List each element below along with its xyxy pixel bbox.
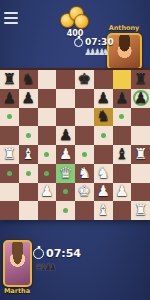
square-g7[interactable]: ♟	[113, 89, 132, 108]
square-h8[interactable]: ♜	[131, 70, 150, 89]
legal-move-dot[interactable]	[63, 208, 68, 213]
player-clock-time: 07:54	[46, 247, 81, 260]
square-f4[interactable]	[94, 145, 113, 164]
square-b8[interactable]: ♞	[19, 70, 38, 89]
square-d5[interactable]: ♟	[56, 126, 75, 145]
clock-icon	[74, 38, 83, 47]
square-h6[interactable]	[131, 108, 150, 127]
square-g6[interactable]	[113, 108, 132, 127]
black-pawn[interactable]: ♟	[59, 128, 72, 143]
black-bishop[interactable]: ♝	[115, 147, 128, 162]
white-knight[interactable]: ♞	[96, 166, 109, 181]
square-c6[interactable]	[38, 108, 57, 127]
square-b4[interactable]: ♝	[19, 145, 38, 164]
square-c8[interactable]	[38, 70, 57, 89]
black-pawn[interactable]: ♟	[3, 91, 16, 106]
square-h7[interactable]: ♟	[131, 89, 150, 108]
menu-icon[interactable]	[4, 12, 18, 24]
legal-move-dot[interactable]	[44, 171, 49, 176]
square-a2[interactable]	[0, 183, 19, 202]
square-d8[interactable]	[56, 70, 75, 89]
square-g2[interactable]: ♟	[113, 183, 132, 202]
captured-white-knight: ♞	[102, 47, 107, 57]
legal-move-dot[interactable]	[101, 133, 106, 138]
square-b2[interactable]	[19, 183, 38, 202]
white-rook[interactable]: ♜	[134, 203, 147, 218]
black-pawn[interactable]: ♟	[96, 91, 109, 106]
square-c7[interactable]	[38, 89, 57, 108]
square-e8[interactable]: ♚	[75, 70, 94, 89]
square-e7[interactable]	[75, 89, 94, 108]
square-d6[interactable]	[56, 108, 75, 127]
square-c1[interactable]	[38, 201, 57, 220]
white-bishop[interactable]: ♝	[21, 147, 34, 162]
black-rook[interactable]: ♜	[3, 72, 16, 87]
black-king[interactable]: ♚	[78, 72, 91, 87]
square-f6[interactable]: ♞	[94, 108, 113, 127]
black-pawn[interactable]: ♟	[21, 91, 34, 106]
square-c3[interactable]	[38, 164, 57, 183]
square-d4[interactable]: ♟	[56, 145, 75, 164]
square-f2[interactable]: ♟	[94, 183, 113, 202]
square-d3[interactable]: ♛	[56, 164, 75, 183]
black-rook[interactable]: ♜	[134, 72, 147, 87]
square-f8[interactable]	[94, 70, 113, 89]
white-rook[interactable]: ♜	[134, 147, 147, 162]
square-a3[interactable]	[0, 164, 19, 183]
legal-move-dot[interactable]	[26, 133, 31, 138]
chess-board[interactable]: ♜♞♚♜♟♟♟♟♟♞♟♜♝♟♝♜♛♞♞♟♚♟♟♝♜	[0, 70, 150, 220]
square-a6[interactable]	[0, 108, 19, 127]
chess-app-screen: 400 Anthony 07:30 ♟♟♟♟♞ ♜♞♚♜♟♟♟♟♟♞♟♜♝♟♝♜…	[0, 0, 150, 300]
square-d1[interactable]	[56, 201, 75, 220]
player-name: Martha	[0, 287, 34, 295]
square-b7[interactable]: ♟	[19, 89, 38, 108]
white-pawn[interactable]: ♟	[40, 184, 53, 199]
square-g5[interactable]	[113, 126, 132, 145]
square-a1[interactable]	[0, 201, 19, 220]
square-e6[interactable]	[75, 108, 94, 127]
square-g4[interactable]: ♝	[113, 145, 132, 164]
square-f1[interactable]: ♝	[94, 201, 113, 220]
white-queen[interactable]: ♛	[59, 166, 72, 181]
square-g3[interactable]	[113, 164, 132, 183]
legal-move-dot[interactable]	[7, 171, 12, 176]
square-h4[interactable]: ♜	[131, 145, 150, 164]
white-king[interactable]: ♚	[78, 184, 91, 199]
legal-move-dot[interactable]	[119, 114, 124, 119]
captured-black-pawn: ♟	[49, 262, 54, 272]
player-clock: 07:54	[33, 247, 81, 260]
square-h5[interactable]	[131, 126, 150, 145]
opponent-clock-time: 07:30	[85, 37, 114, 47]
square-e3[interactable]: ♞	[75, 164, 94, 183]
square-f7[interactable]: ♟	[94, 89, 113, 108]
square-d2[interactable]	[56, 183, 75, 202]
black-pawn[interactable]: ♟	[134, 91, 147, 106]
square-c2[interactable]: ♟	[38, 183, 57, 202]
square-e2[interactable]: ♚	[75, 183, 94, 202]
square-b1[interactable]	[19, 201, 38, 220]
coins-icon[interactable]	[58, 5, 92, 28]
square-a4[interactable]: ♜	[0, 145, 19, 164]
square-b5[interactable]	[19, 126, 38, 145]
white-pawn[interactable]: ♟	[96, 184, 109, 199]
white-pawn[interactable]: ♟	[115, 184, 128, 199]
square-g8[interactable]	[113, 70, 132, 89]
clock-icon	[33, 248, 44, 259]
square-h1[interactable]: ♜	[131, 201, 150, 220]
square-f3[interactable]: ♞	[94, 164, 113, 183]
square-c5[interactable]	[38, 126, 57, 145]
white-rook[interactable]: ♜	[3, 147, 16, 162]
square-a7[interactable]: ♟	[0, 89, 19, 108]
square-h3[interactable]	[131, 164, 150, 183]
square-a5[interactable]	[0, 126, 19, 145]
legal-move-dot[interactable]	[26, 171, 31, 176]
square-h2[interactable]	[131, 183, 150, 202]
square-d7[interactable]	[56, 89, 75, 108]
square-c4[interactable]	[38, 145, 57, 164]
legal-move-dot[interactable]	[82, 152, 87, 157]
legal-move-dot[interactable]	[44, 152, 49, 157]
opponent-name: Anthony	[104, 24, 144, 32]
square-g1[interactable]	[113, 201, 132, 220]
player-captured-tray: ♛♝♟♟	[35, 262, 53, 272]
square-e5[interactable]	[75, 126, 94, 145]
square-f5[interactable]	[94, 126, 113, 145]
square-e4[interactable]	[75, 145, 94, 164]
legal-move-dot[interactable]	[7, 114, 12, 119]
opponent-captured-tray: ♟♟♟♟♞	[84, 47, 107, 57]
legal-move-dot[interactable]	[63, 189, 68, 194]
square-a8[interactable]: ♜	[0, 70, 19, 89]
square-b3[interactable]	[19, 164, 38, 183]
player-avatar[interactable]	[3, 240, 32, 287]
square-e1[interactable]	[75, 201, 94, 220]
black-pawn[interactable]: ♟	[115, 91, 128, 106]
opponent-clock: 07:30	[74, 37, 114, 47]
white-knight[interactable]: ♞	[78, 166, 91, 181]
white-bishop[interactable]: ♝	[96, 203, 109, 218]
white-pawn[interactable]: ♟	[59, 147, 72, 162]
square-b6[interactable]	[19, 108, 38, 127]
black-knight[interactable]: ♞	[21, 72, 34, 87]
black-knight[interactable]: ♞	[96, 109, 109, 124]
